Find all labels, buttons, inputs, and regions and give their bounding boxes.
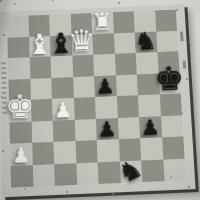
photo-frame: ❖ ❖ ♜♝♝♛♞♟♚♚♟♟♟♟♞	[0, 0, 200, 200]
white-pawn: ♟	[11, 146, 31, 166]
square-f2	[118, 138, 141, 161]
square-a1	[11, 165, 33, 188]
square-h2	[162, 136, 185, 159]
square-a8	[7, 16, 29, 38]
square-b8	[28, 15, 50, 37]
square-f1: ♞	[119, 160, 142, 183]
square-g8	[134, 10, 156, 32]
square-e7	[92, 33, 114, 55]
square-b2	[32, 142, 54, 165]
square-a5	[8, 78, 30, 100]
square-a3	[9, 121, 31, 144]
square-h7	[156, 30, 178, 52]
white-rook: ♜	[91, 11, 114, 34]
square-d6	[72, 55, 94, 77]
square-f5	[115, 74, 137, 96]
square-c8	[49, 14, 71, 36]
square-d5	[73, 76, 95, 98]
square-f3	[117, 117, 140, 140]
square-a6	[8, 57, 30, 79]
square-f7	[113, 32, 135, 54]
board-edge-markings	[1, 62, 7, 114]
square-d3	[74, 118, 96, 141]
square-c3	[53, 119, 75, 142]
square-f4	[116, 95, 139, 117]
square-g4	[138, 94, 161, 116]
square-e3: ♟	[96, 118, 119, 141]
square-e8: ♜	[91, 12, 113, 34]
square-e5: ♟	[94, 75, 116, 97]
board-grid: ❖ ❖ ♜♝♝♛♞♟♚♚♟♟♟♟♞	[7, 10, 186, 188]
square-g1	[141, 159, 164, 182]
square-d1	[76, 162, 99, 185]
square-d4	[73, 97, 95, 119]
white-pawn: ♟	[53, 101, 73, 121]
square-a2: ♟	[10, 143, 32, 166]
square-g5	[137, 73, 160, 95]
square-h6	[157, 51, 180, 73]
square-c2	[53, 141, 75, 164]
square-d8	[70, 13, 92, 35]
square-h1	[163, 158, 186, 181]
square-h5: ♚	[158, 72, 181, 94]
chess-board: ❖ ❖ ♜♝♝♛♞♟♚♚♟♟♟♟♞	[0, 4, 196, 197]
square-g6	[136, 52, 158, 74]
square-b6	[29, 56, 51, 78]
square-g2	[140, 137, 163, 160]
square-f6	[114, 53, 136, 75]
square-c6	[51, 56, 73, 78]
square-e2	[97, 139, 120, 162]
square-h4	[159, 93, 182, 115]
square-b7: ♝	[29, 36, 51, 58]
black-pawn: ♟	[97, 120, 117, 140]
square-c5	[51, 77, 73, 99]
square-b3	[31, 120, 53, 143]
square-h3	[160, 115, 183, 138]
square-g3: ♟	[139, 116, 162, 139]
black-knight: ♞	[134, 30, 157, 53]
square-b5	[30, 78, 52, 100]
square-d2	[75, 140, 98, 163]
black-pawn: ♟	[140, 118, 160, 138]
square-e4	[95, 96, 117, 118]
square-g7: ♞	[135, 31, 157, 53]
board-edge-mark-right	[183, 61, 186, 69]
square-e6	[93, 54, 115, 76]
square-f8	[112, 11, 134, 33]
photo-speckles	[0, 0, 2, 2]
square-b4	[30, 99, 52, 121]
square-b1	[32, 164, 55, 187]
board-edge-mark-right	[180, 32, 184, 42]
square-c4: ♟	[52, 98, 74, 120]
square-c1	[54, 163, 77, 186]
square-h8	[155, 10, 177, 32]
square-a7	[7, 36, 29, 58]
square-d7: ♛	[71, 34, 93, 56]
square-c7: ♝	[50, 35, 72, 57]
square-e1	[98, 161, 121, 184]
black-pawn: ♟	[95, 77, 115, 96]
square-a4: ♚	[9, 100, 31, 122]
